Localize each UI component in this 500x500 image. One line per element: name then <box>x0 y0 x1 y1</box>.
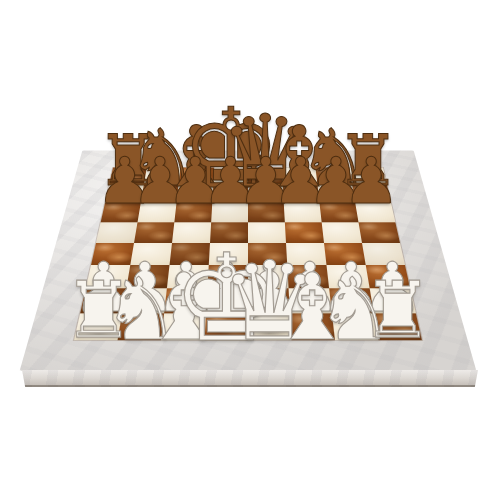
square-a6 <box>101 203 141 222</box>
square-a7 <box>105 185 144 203</box>
square-g6 <box>319 203 358 222</box>
square-e1 <box>248 313 291 340</box>
square-d3 <box>207 265 248 288</box>
square-f7 <box>283 185 320 203</box>
square-e8 <box>248 168 283 185</box>
square-c1 <box>161 313 206 340</box>
square-b3 <box>126 265 169 288</box>
square-f6 <box>284 203 322 222</box>
square-g3 <box>326 265 369 288</box>
square-c4 <box>170 243 210 265</box>
square-h7 <box>352 185 391 203</box>
square-e7 <box>248 185 284 203</box>
square-g1 <box>332 313 379 340</box>
square-f3 <box>287 265 329 288</box>
board-front-edge <box>22 370 478 387</box>
square-d6 <box>211 203 248 222</box>
square-d5 <box>210 222 248 243</box>
square-d2 <box>206 288 248 313</box>
square-g2 <box>329 288 374 313</box>
square-f1 <box>290 313 335 340</box>
square-a8 <box>109 168 147 185</box>
square-a2 <box>80 288 126 313</box>
product-photo-stage: ♜♞♝♚♛♝♞♜♟♟♟♟♟♟♟♟♟♟♟♟♟♟♟♟♜♞♝♚♛♝♞♜ <box>0 0 500 500</box>
square-e5 <box>248 222 286 243</box>
board-grid <box>74 168 422 341</box>
square-h1 <box>374 313 422 340</box>
square-c6 <box>174 203 212 222</box>
square-d4 <box>209 243 248 265</box>
square-f8 <box>282 168 318 185</box>
square-g4 <box>324 243 366 265</box>
square-a1 <box>74 313 122 340</box>
square-a4 <box>91 243 134 265</box>
square-h4 <box>362 243 405 265</box>
square-b8 <box>144 168 181 185</box>
square-f2 <box>289 288 332 313</box>
square-d8 <box>213 168 248 185</box>
chess-board <box>20 150 477 370</box>
square-b5 <box>134 222 174 243</box>
square-b4 <box>130 243 172 265</box>
square-c2 <box>164 288 207 313</box>
square-e6 <box>248 203 285 222</box>
square-b6 <box>137 203 176 222</box>
square-e4 <box>248 243 287 265</box>
square-h5 <box>359 222 400 243</box>
square-b1 <box>118 313 165 340</box>
square-c3 <box>167 265 209 288</box>
square-c7 <box>177 185 214 203</box>
square-g7 <box>317 185 355 203</box>
square-h8 <box>349 168 387 185</box>
square-d1 <box>205 313 248 340</box>
square-h6 <box>355 203 395 222</box>
square-e3 <box>248 265 289 288</box>
square-a5 <box>96 222 137 243</box>
square-f4 <box>286 243 326 265</box>
square-e2 <box>248 288 290 313</box>
square-h3 <box>366 265 411 288</box>
square-b7 <box>141 185 179 203</box>
square-f5 <box>285 222 324 243</box>
square-b2 <box>122 288 167 313</box>
square-d7 <box>212 185 248 203</box>
square-g5 <box>322 222 362 243</box>
square-g8 <box>315 168 352 185</box>
square-c8 <box>179 168 215 185</box>
square-a3 <box>86 265 131 288</box>
square-h2 <box>370 288 416 313</box>
square-c5 <box>172 222 211 243</box>
